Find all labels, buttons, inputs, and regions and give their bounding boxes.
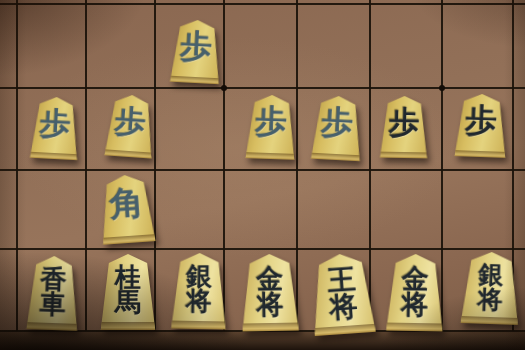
piece-bottom-edge [30,152,77,161]
piece-pawn-3g[interactable]: 歩 [453,93,509,158]
piece-body: 銀将 [458,251,521,325]
kanji-char: 角 [109,186,145,222]
kanji-char: 将 [257,292,284,319]
kanji-char: 将 [186,289,212,315]
piece-pawn-8g[interactable]: 歩 [103,93,157,158]
piece-pawn-5g[interactable]: 歩 [309,95,364,162]
grid-vline [16,0,18,331]
piece-kanji: 香車 [25,255,82,331]
piece-bottom-edge [455,149,506,157]
piece-gold-4i[interactable]: 金将 [384,253,445,331]
piece-bottom-edge [171,321,226,330]
piece-kanji: 歩 [168,18,223,84]
piece-gold-6i[interactable]: 金将 [239,253,300,331]
piece-body: 金将 [384,253,445,331]
piece-body: 香車 [25,255,82,331]
grid-hline [0,248,525,250]
piece-pawn-6g[interactable]: 歩 [244,94,298,160]
kanji-char: 馬 [115,290,141,315]
piece-kanji: 金将 [384,253,445,331]
kanji-char: 歩 [39,107,72,139]
piece-pawn-9g[interactable]: 歩 [28,96,81,161]
piece-bottom-edge [242,322,299,331]
grid-hline [0,169,525,171]
piece-body: 歩 [378,96,429,159]
piece-body: 歩 [103,93,157,158]
piece-body: 銀将 [169,252,228,329]
piece-pawn-7f[interactable]: 歩 [168,18,223,84]
piece-bottom-edge [311,152,360,161]
piece-pawn-4g[interactable]: 歩 [378,96,429,159]
piece-king-5i[interactable]: 王将 [307,252,377,336]
piece-kanji: 歩 [28,96,81,161]
kanji-char: 歩 [114,105,147,137]
kanji-char: 将 [477,287,503,312]
piece-body: 歩 [168,18,223,84]
kanji-char: 歩 [255,105,288,137]
piece-silver-3i[interactable]: 銀将 [458,251,521,325]
star-point [221,85,227,91]
piece-body: 歩 [309,95,364,162]
piece-bottom-edge [460,316,518,325]
piece-body: 角 [97,173,158,245]
kanji-char: 歩 [179,30,213,63]
board-edge [0,332,525,350]
piece-bottom-edge [386,322,443,331]
kanji-char: 歩 [465,104,498,136]
piece-bishop-8h[interactable]: 角 [97,173,158,245]
piece-lance-9i[interactable]: 香車 [25,255,82,331]
grid-hline [0,87,525,89]
piece-silver-7i[interactable]: 銀将 [169,252,228,329]
piece-bottom-edge [380,151,427,158]
piece-kanji: 桂馬 [99,254,157,330]
kanji-char: 車 [39,292,66,318]
piece-body: 歩 [28,96,81,161]
piece-kanji: 歩 [378,96,429,159]
grid-vline [85,0,87,331]
piece-kanji: 銀将 [169,252,228,329]
piece-body: 歩 [244,94,298,160]
shogi-board: 歩歩歩歩歩歩歩角香車桂馬銀将金将王将金将銀将 [0,0,525,350]
piece-knight-8i[interactable]: 桂馬 [99,254,157,330]
piece-bottom-edge [101,322,156,330]
piece-kanji: 歩 [244,94,298,160]
piece-body: 金将 [239,253,300,331]
piece-body: 歩 [453,93,509,158]
kanji-char: 歩 [388,107,420,138]
kanji-char: 歩 [320,106,354,139]
grid-hline [0,3,525,5]
piece-body: 桂馬 [99,254,157,330]
star-point [439,85,445,91]
kanji-char: 将 [401,292,428,319]
kanji-char: 将 [328,292,358,321]
piece-kanji: 銀将 [458,251,521,325]
piece-bottom-edge [245,152,294,160]
piece-body: 王将 [307,252,377,336]
piece-kanji: 金将 [239,253,300,331]
piece-kanji: 歩 [453,93,509,158]
piece-kanji: 歩 [309,95,364,162]
